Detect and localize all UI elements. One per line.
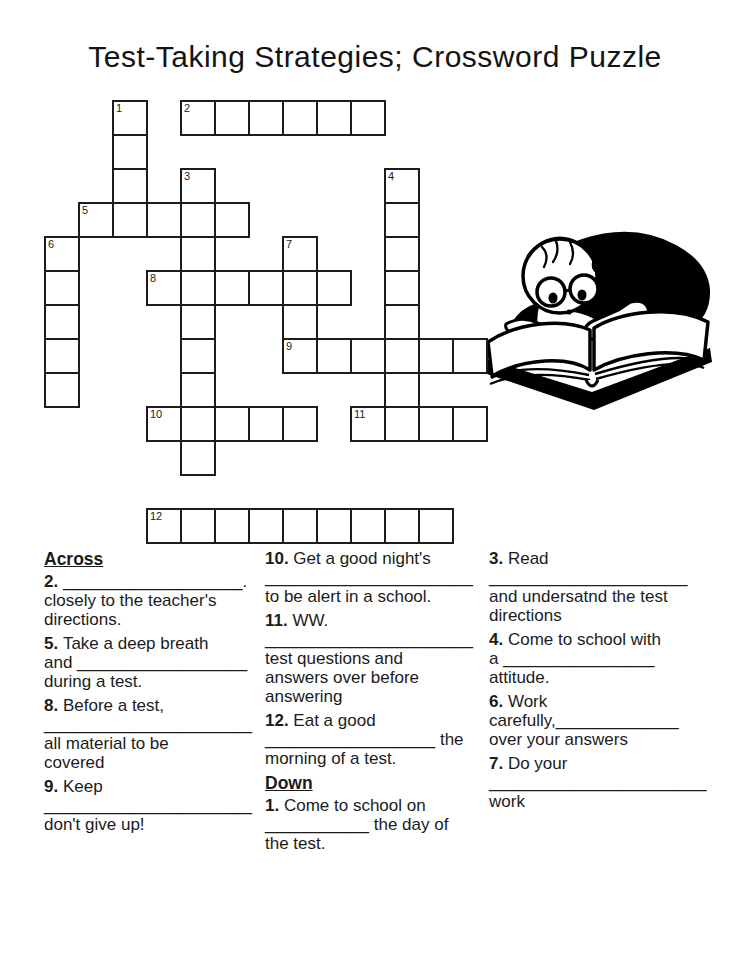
clue: 12. Eat a good__________________ themorn… [265,711,483,768]
cell-clue-number: 5 [82,205,88,216]
grid-cell[interactable] [180,440,216,476]
grid-cell[interactable] [452,338,488,374]
clue: 6. Workcarefully,_____________over your … [489,692,714,749]
clue-number-label: 7. [489,754,508,773]
grid-cell[interactable]: 11 [350,406,386,442]
clue-number-label: 2. [44,572,63,591]
clue: 5. Take a deep breathand _______________… [44,634,258,691]
grid-cell[interactable] [282,406,318,442]
grid-cell[interactable] [384,236,420,272]
clue: 8. Before a test,______________________a… [44,696,258,772]
clue: 3. Read_____________________and undersat… [489,549,714,625]
clue: 1. Come to school on___________ the day … [265,796,483,853]
clue-number-label: 11. [265,611,292,630]
cell-clue-number: 4 [388,171,394,182]
grid-cell[interactable] [418,508,454,544]
grid-cell[interactable] [248,270,284,306]
cell-clue-number: 1 [116,103,122,114]
grid-cell[interactable] [452,406,488,442]
grid-cell[interactable] [180,372,216,408]
grid-cell[interactable] [180,236,216,272]
grid-cell[interactable]: 1 [112,100,148,136]
clue-number-label: 3. [489,549,508,568]
grid-cell[interactable] [282,100,318,136]
cell-clue-number: 2 [184,103,190,114]
grid-cell[interactable] [146,202,182,238]
grid-cell[interactable]: 10 [146,406,182,442]
cell-clue-number: 9 [286,341,292,352]
grid-cell[interactable] [316,270,352,306]
grid-cell[interactable] [282,304,318,340]
grid-cell[interactable] [316,508,352,544]
grid-cell[interactable]: 8 [146,270,182,306]
cell-clue-number: 11 [354,409,365,420]
reading-person-clipart [478,228,716,414]
grid-cell[interactable] [180,304,216,340]
grid-cell[interactable] [384,338,420,374]
clue-number-label: 9. [44,777,63,796]
grid-cell[interactable] [418,338,454,374]
grid-cell[interactable] [44,372,80,408]
grid-cell[interactable] [44,304,80,340]
clue: 2. ___________________.closely to the te… [44,572,258,629]
clue-column: Across2. ___________________.closely to … [44,549,258,839]
clue-section-heading: Across [44,549,258,569]
grid-cell[interactable] [180,406,216,442]
clue: 10. Get a good night's__________________… [265,549,483,606]
cell-clue-number: 8 [150,273,156,284]
grid-cell[interactable]: 6 [44,236,80,272]
grid-cell[interactable] [180,270,216,306]
grid-cell[interactable]: 4 [384,168,420,204]
grid-cell[interactable] [350,508,386,544]
clue-column: 10. Get a good night's__________________… [265,549,483,858]
clue-number-label: 6. [489,692,508,711]
cell-clue-number: 6 [48,239,54,250]
cell-clue-number: 12 [150,511,162,522]
grid-cell[interactable] [350,338,386,374]
grid-cell[interactable] [282,508,318,544]
grid-cell[interactable]: 5 [78,202,114,238]
clue-number-label: 10. [265,549,293,568]
grid-cell[interactable]: 7 [282,236,318,272]
grid-cell[interactable] [384,304,420,340]
grid-cell[interactable] [384,372,420,408]
clue-number-label: 1. [265,796,284,815]
grid-cell[interactable] [44,270,80,306]
grid-cell[interactable] [384,508,420,544]
grid-cell[interactable] [316,338,352,374]
grid-cell[interactable] [418,406,454,442]
grid-cell[interactable] [282,270,318,306]
grid-cell[interactable]: 3 [180,168,216,204]
grid-cell[interactable] [180,508,216,544]
grid-cell[interactable] [316,100,352,136]
grid-cell[interactable] [180,338,216,374]
clue-section-heading: Down [265,773,483,793]
grid-cell[interactable] [384,270,420,306]
crossword-grid: 123456789101112 [44,100,490,546]
clue: 4. Come to school witha ________________… [489,630,714,687]
grid-cell[interactable] [214,508,250,544]
grid-cell[interactable] [214,406,250,442]
grid-cell[interactable] [112,168,148,204]
grid-cell[interactable] [214,270,250,306]
grid-cell[interactable] [214,202,250,238]
clue-column: 3. Read_____________________and undersat… [489,549,714,816]
page-title: Test-Taking Strategies; Crossword Puzzle [0,40,750,74]
grid-cell[interactable] [112,134,148,170]
grid-cell[interactable] [384,202,420,238]
grid-cell[interactable] [214,100,250,136]
grid-cell[interactable] [350,100,386,136]
clue: 7. Do your_______________________work [489,754,714,811]
cell-clue-number: 3 [184,171,190,182]
clue: 9. Keep______________________don't give … [44,777,258,834]
grid-cell[interactable] [248,508,284,544]
grid-cell[interactable]: 2 [180,100,216,136]
reading-person-icon [478,228,716,414]
grid-cell[interactable] [248,100,284,136]
clue-number-label: 5. [44,634,63,653]
clue-number-label: 12. [265,711,293,730]
grid-cell[interactable]: 12 [146,508,182,544]
cell-clue-number: 10 [150,409,162,420]
cell-clue-number: 7 [286,239,292,250]
grid-cell[interactable] [384,406,420,442]
grid-cell[interactable] [112,202,148,238]
clue: 11. WW.______________________test questi… [265,611,483,706]
clue-number-label: 8. [44,696,63,715]
grid-cell[interactable] [248,406,284,442]
clue-number-label: 4. [489,630,508,649]
grid-cell[interactable]: 9 [282,338,318,374]
grid-cell[interactable] [180,202,216,238]
grid-cell[interactable] [44,338,80,374]
